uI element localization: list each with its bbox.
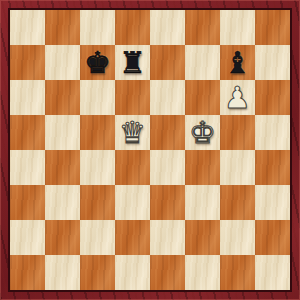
square-a7[interactable] xyxy=(10,45,45,80)
square-a4[interactable] xyxy=(10,150,45,185)
square-e4[interactable] xyxy=(150,150,185,185)
square-d4[interactable] xyxy=(115,150,150,185)
square-b7[interactable] xyxy=(45,45,80,80)
square-h8[interactable] xyxy=(255,10,290,45)
white-queen[interactable]: ♛ xyxy=(119,115,146,150)
black-bishop[interactable]: ♝ xyxy=(224,45,251,80)
square-c8[interactable] xyxy=(80,10,115,45)
square-g6[interactable]: ♟ xyxy=(220,80,255,115)
square-e1[interactable] xyxy=(150,255,185,290)
chess-board: ♚♜♝♟♛♚ xyxy=(10,10,290,290)
square-h6[interactable] xyxy=(255,80,290,115)
square-d2[interactable] xyxy=(115,220,150,255)
square-f3[interactable] xyxy=(185,185,220,220)
square-h4[interactable] xyxy=(255,150,290,185)
square-f2[interactable] xyxy=(185,220,220,255)
square-e3[interactable] xyxy=(150,185,185,220)
square-e5[interactable] xyxy=(150,115,185,150)
square-h1[interactable] xyxy=(255,255,290,290)
square-c2[interactable] xyxy=(80,220,115,255)
square-a3[interactable] xyxy=(10,185,45,220)
square-c7[interactable]: ♚ xyxy=(80,45,115,80)
square-a2[interactable] xyxy=(10,220,45,255)
square-c5[interactable] xyxy=(80,115,115,150)
square-b4[interactable] xyxy=(45,150,80,185)
white-pawn[interactable]: ♟ xyxy=(224,80,251,115)
square-d6[interactable] xyxy=(115,80,150,115)
black-king[interactable]: ♚ xyxy=(84,45,111,80)
square-b2[interactable] xyxy=(45,220,80,255)
square-f5[interactable]: ♚ xyxy=(185,115,220,150)
square-a5[interactable] xyxy=(10,115,45,150)
square-g2[interactable] xyxy=(220,220,255,255)
square-c3[interactable] xyxy=(80,185,115,220)
square-b8[interactable] xyxy=(45,10,80,45)
square-h7[interactable] xyxy=(255,45,290,80)
square-d7[interactable]: ♜ xyxy=(115,45,150,80)
square-h3[interactable] xyxy=(255,185,290,220)
square-f8[interactable] xyxy=(185,10,220,45)
square-e6[interactable] xyxy=(150,80,185,115)
square-g1[interactable] xyxy=(220,255,255,290)
square-f1[interactable] xyxy=(185,255,220,290)
square-a1[interactable] xyxy=(10,255,45,290)
square-c4[interactable] xyxy=(80,150,115,185)
square-f4[interactable] xyxy=(185,150,220,185)
square-g7[interactable]: ♝ xyxy=(220,45,255,80)
square-h5[interactable] xyxy=(255,115,290,150)
square-f7[interactable] xyxy=(185,45,220,80)
square-a8[interactable] xyxy=(10,10,45,45)
square-b1[interactable] xyxy=(45,255,80,290)
square-g3[interactable] xyxy=(220,185,255,220)
black-rook[interactable]: ♜ xyxy=(119,45,146,80)
square-b6[interactable] xyxy=(45,80,80,115)
square-g8[interactable] xyxy=(220,10,255,45)
square-d3[interactable] xyxy=(115,185,150,220)
square-b3[interactable] xyxy=(45,185,80,220)
square-c1[interactable] xyxy=(80,255,115,290)
square-h2[interactable] xyxy=(255,220,290,255)
square-g4[interactable] xyxy=(220,150,255,185)
square-c6[interactable] xyxy=(80,80,115,115)
white-king[interactable]: ♚ xyxy=(189,115,216,150)
square-b5[interactable] xyxy=(45,115,80,150)
square-e8[interactable] xyxy=(150,10,185,45)
square-d5[interactable]: ♛ xyxy=(115,115,150,150)
square-d1[interactable] xyxy=(115,255,150,290)
square-a6[interactable] xyxy=(10,80,45,115)
square-d8[interactable] xyxy=(115,10,150,45)
chess-board-frame: ♚♜♝♟♛♚ xyxy=(0,0,300,300)
square-g5[interactable] xyxy=(220,115,255,150)
square-e2[interactable] xyxy=(150,220,185,255)
square-e7[interactable] xyxy=(150,45,185,80)
square-f6[interactable] xyxy=(185,80,220,115)
